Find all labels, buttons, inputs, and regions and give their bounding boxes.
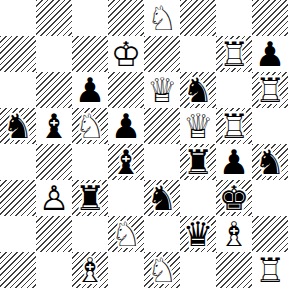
white-knight-glyph-icon: ♘ [144, 0, 180, 36]
white-queen-glyph-icon: ♕ [180, 108, 216, 144]
piece-black-king-g3[interactable]: ♚♚ [216, 180, 252, 216]
square-e7[interactable] [144, 36, 180, 72]
piece-black-knight-f6[interactable]: ♞♞ [180, 72, 216, 108]
chess-board: ♞♘♚♔♜♖♟♟♟♟♛♕♞♞♜♖♞♞♝♝♞♘♟♟♛♕♜♖♝♝♜♜♟♟♞♞♟♙♜♜… [0, 0, 288, 288]
white-rook-glyph-icon: ♖ [216, 36, 252, 72]
square-e2[interactable] [144, 216, 180, 252]
square-a3[interactable] [0, 180, 36, 216]
square-g8[interactable] [216, 0, 252, 36]
square-f7[interactable] [180, 36, 216, 72]
white-rook-glyph-icon: ♖ [216, 108, 252, 144]
square-h3[interactable] [252, 180, 288, 216]
square-d5[interactable]: ♟♟ [108, 108, 144, 144]
square-h7[interactable]: ♟♟ [252, 36, 288, 72]
square-a2[interactable] [0, 216, 36, 252]
piece-black-pawn-c6[interactable]: ♟♟ [72, 72, 108, 108]
piece-white-bishop-c1[interactable]: ♝♗ [72, 252, 108, 288]
white-bishop-glyph-icon: ♗ [216, 216, 252, 252]
square-b1[interactable] [36, 252, 72, 288]
square-d4[interactable]: ♝♝ [108, 144, 144, 180]
square-f8[interactable] [180, 0, 216, 36]
black-queen-glyph-icon: ♛ [180, 216, 216, 252]
black-rook-glyph-icon: ♜ [180, 144, 216, 180]
white-rook-glyph-icon: ♖ [252, 252, 288, 288]
square-e5[interactable] [144, 108, 180, 144]
square-e8[interactable]: ♞♘ [144, 0, 180, 36]
black-knight-glyph-icon: ♞ [0, 108, 36, 144]
black-pawn-glyph-icon: ♟ [108, 108, 144, 144]
piece-black-knight-e3[interactable]: ♞♞ [144, 180, 180, 216]
square-f3[interactable] [180, 180, 216, 216]
square-e3[interactable]: ♞♞ [144, 180, 180, 216]
piece-white-knight-e8[interactable]: ♞♘ [144, 0, 180, 36]
square-g1[interactable] [216, 252, 252, 288]
square-f2[interactable]: ♛♛ [180, 216, 216, 252]
square-g3[interactable]: ♚♚ [216, 180, 252, 216]
white-bishop-glyph-icon: ♗ [72, 252, 108, 288]
square-g6[interactable] [216, 72, 252, 108]
square-c4[interactable] [72, 144, 108, 180]
black-knight-glyph-icon: ♞ [180, 72, 216, 108]
square-c3[interactable]: ♜♜ [72, 180, 108, 216]
square-a5[interactable]: ♞♞ [0, 108, 36, 144]
piece-white-knight-e1[interactable]: ♞♘ [144, 252, 180, 288]
piece-white-rook-h1[interactable]: ♜♖ [252, 252, 288, 288]
black-pawn-glyph-icon: ♟ [216, 144, 252, 180]
square-e6[interactable]: ♛♕ [144, 72, 180, 108]
square-a1[interactable] [0, 252, 36, 288]
square-h5[interactable] [252, 108, 288, 144]
black-bishop-glyph-icon: ♝ [108, 144, 144, 180]
square-c5[interactable]: ♞♘ [72, 108, 108, 144]
white-knight-glyph-icon: ♘ [72, 108, 108, 144]
square-b5[interactable]: ♝♝ [36, 108, 72, 144]
square-e4[interactable] [144, 144, 180, 180]
square-c7[interactable] [72, 36, 108, 72]
square-e1[interactable]: ♞♘ [144, 252, 180, 288]
square-b8[interactable] [36, 0, 72, 36]
black-rook-glyph-icon: ♜ [72, 180, 108, 216]
piece-white-knight-d2[interactable]: ♞♘ [108, 216, 144, 252]
piece-black-pawn-d5[interactable]: ♟♟ [108, 108, 144, 144]
piece-white-knight-c5[interactable]: ♞♘ [72, 108, 108, 144]
square-b3[interactable]: ♟♙ [36, 180, 72, 216]
square-f4[interactable]: ♜♜ [180, 144, 216, 180]
piece-white-rook-g7[interactable]: ♜♖ [216, 36, 252, 72]
square-g4[interactable]: ♟♟ [216, 144, 252, 180]
black-king-glyph-icon: ♚ [216, 180, 252, 216]
piece-black-queen-f2[interactable]: ♛♛ [180, 216, 216, 252]
square-c2[interactable] [72, 216, 108, 252]
black-bishop-glyph-icon: ♝ [36, 108, 72, 144]
piece-black-rook-c3[interactable]: ♜♜ [72, 180, 108, 216]
square-d6[interactable] [108, 72, 144, 108]
square-d1[interactable] [108, 252, 144, 288]
square-b2[interactable] [36, 216, 72, 252]
piece-white-pawn-b3[interactable]: ♟♙ [36, 180, 72, 216]
square-a7[interactable] [0, 36, 36, 72]
square-b4[interactable] [36, 144, 72, 180]
piece-black-pawn-h7[interactable]: ♟♟ [252, 36, 288, 72]
square-h1[interactable]: ♜♖ [252, 252, 288, 288]
white-pawn-glyph-icon: ♙ [36, 180, 72, 216]
piece-black-knight-a5[interactable]: ♞♞ [0, 108, 36, 144]
white-queen-glyph-icon: ♕ [144, 72, 180, 108]
square-h2[interactable] [252, 216, 288, 252]
square-h8[interactable] [252, 0, 288, 36]
square-f1[interactable] [180, 252, 216, 288]
piece-black-bishop-b5[interactable]: ♝♝ [36, 108, 72, 144]
black-pawn-glyph-icon: ♟ [252, 36, 288, 72]
white-knight-glyph-icon: ♘ [108, 216, 144, 252]
piece-black-pawn-g4[interactable]: ♟♟ [216, 144, 252, 180]
square-d8[interactable] [108, 0, 144, 36]
square-g2[interactable]: ♝♗ [216, 216, 252, 252]
square-a6[interactable] [0, 72, 36, 108]
square-f6[interactable]: ♞♞ [180, 72, 216, 108]
square-h4[interactable]: ♞♞ [252, 144, 288, 180]
square-d3[interactable] [108, 180, 144, 216]
square-g7[interactable]: ♜♖ [216, 36, 252, 72]
square-a4[interactable] [0, 144, 36, 180]
piece-white-rook-g5[interactable]: ♜♖ [216, 108, 252, 144]
piece-white-rook-h6[interactable]: ♜♖ [252, 72, 288, 108]
square-d7[interactable]: ♚♔ [108, 36, 144, 72]
square-d2[interactable]: ♞♘ [108, 216, 144, 252]
piece-white-bishop-g2[interactable]: ♝♗ [216, 216, 252, 252]
square-a8[interactable] [0, 0, 36, 36]
piece-black-knight-h4[interactable]: ♞♞ [252, 144, 288, 180]
black-pawn-glyph-icon: ♟ [72, 72, 108, 108]
piece-white-queen-f5[interactable]: ♛♕ [180, 108, 216, 144]
square-c8[interactable] [72, 0, 108, 36]
square-c1[interactable]: ♝♗ [72, 252, 108, 288]
white-king-glyph-icon: ♔ [108, 36, 144, 72]
square-b6[interactable] [36, 72, 72, 108]
piece-white-queen-e6[interactable]: ♛♕ [144, 72, 180, 108]
square-b7[interactable] [36, 36, 72, 72]
square-g5[interactable]: ♜♖ [216, 108, 252, 144]
white-rook-glyph-icon: ♖ [252, 72, 288, 108]
black-knight-glyph-icon: ♞ [252, 144, 288, 180]
white-knight-glyph-icon: ♘ [144, 252, 180, 288]
square-h6[interactable]: ♜♖ [252, 72, 288, 108]
piece-black-bishop-d4[interactable]: ♝♝ [108, 144, 144, 180]
piece-white-king-d7[interactable]: ♚♔ [108, 36, 144, 72]
black-knight-glyph-icon: ♞ [144, 180, 180, 216]
piece-black-rook-f4[interactable]: ♜♜ [180, 144, 216, 180]
square-c6[interactable]: ♟♟ [72, 72, 108, 108]
square-f5[interactable]: ♛♕ [180, 108, 216, 144]
